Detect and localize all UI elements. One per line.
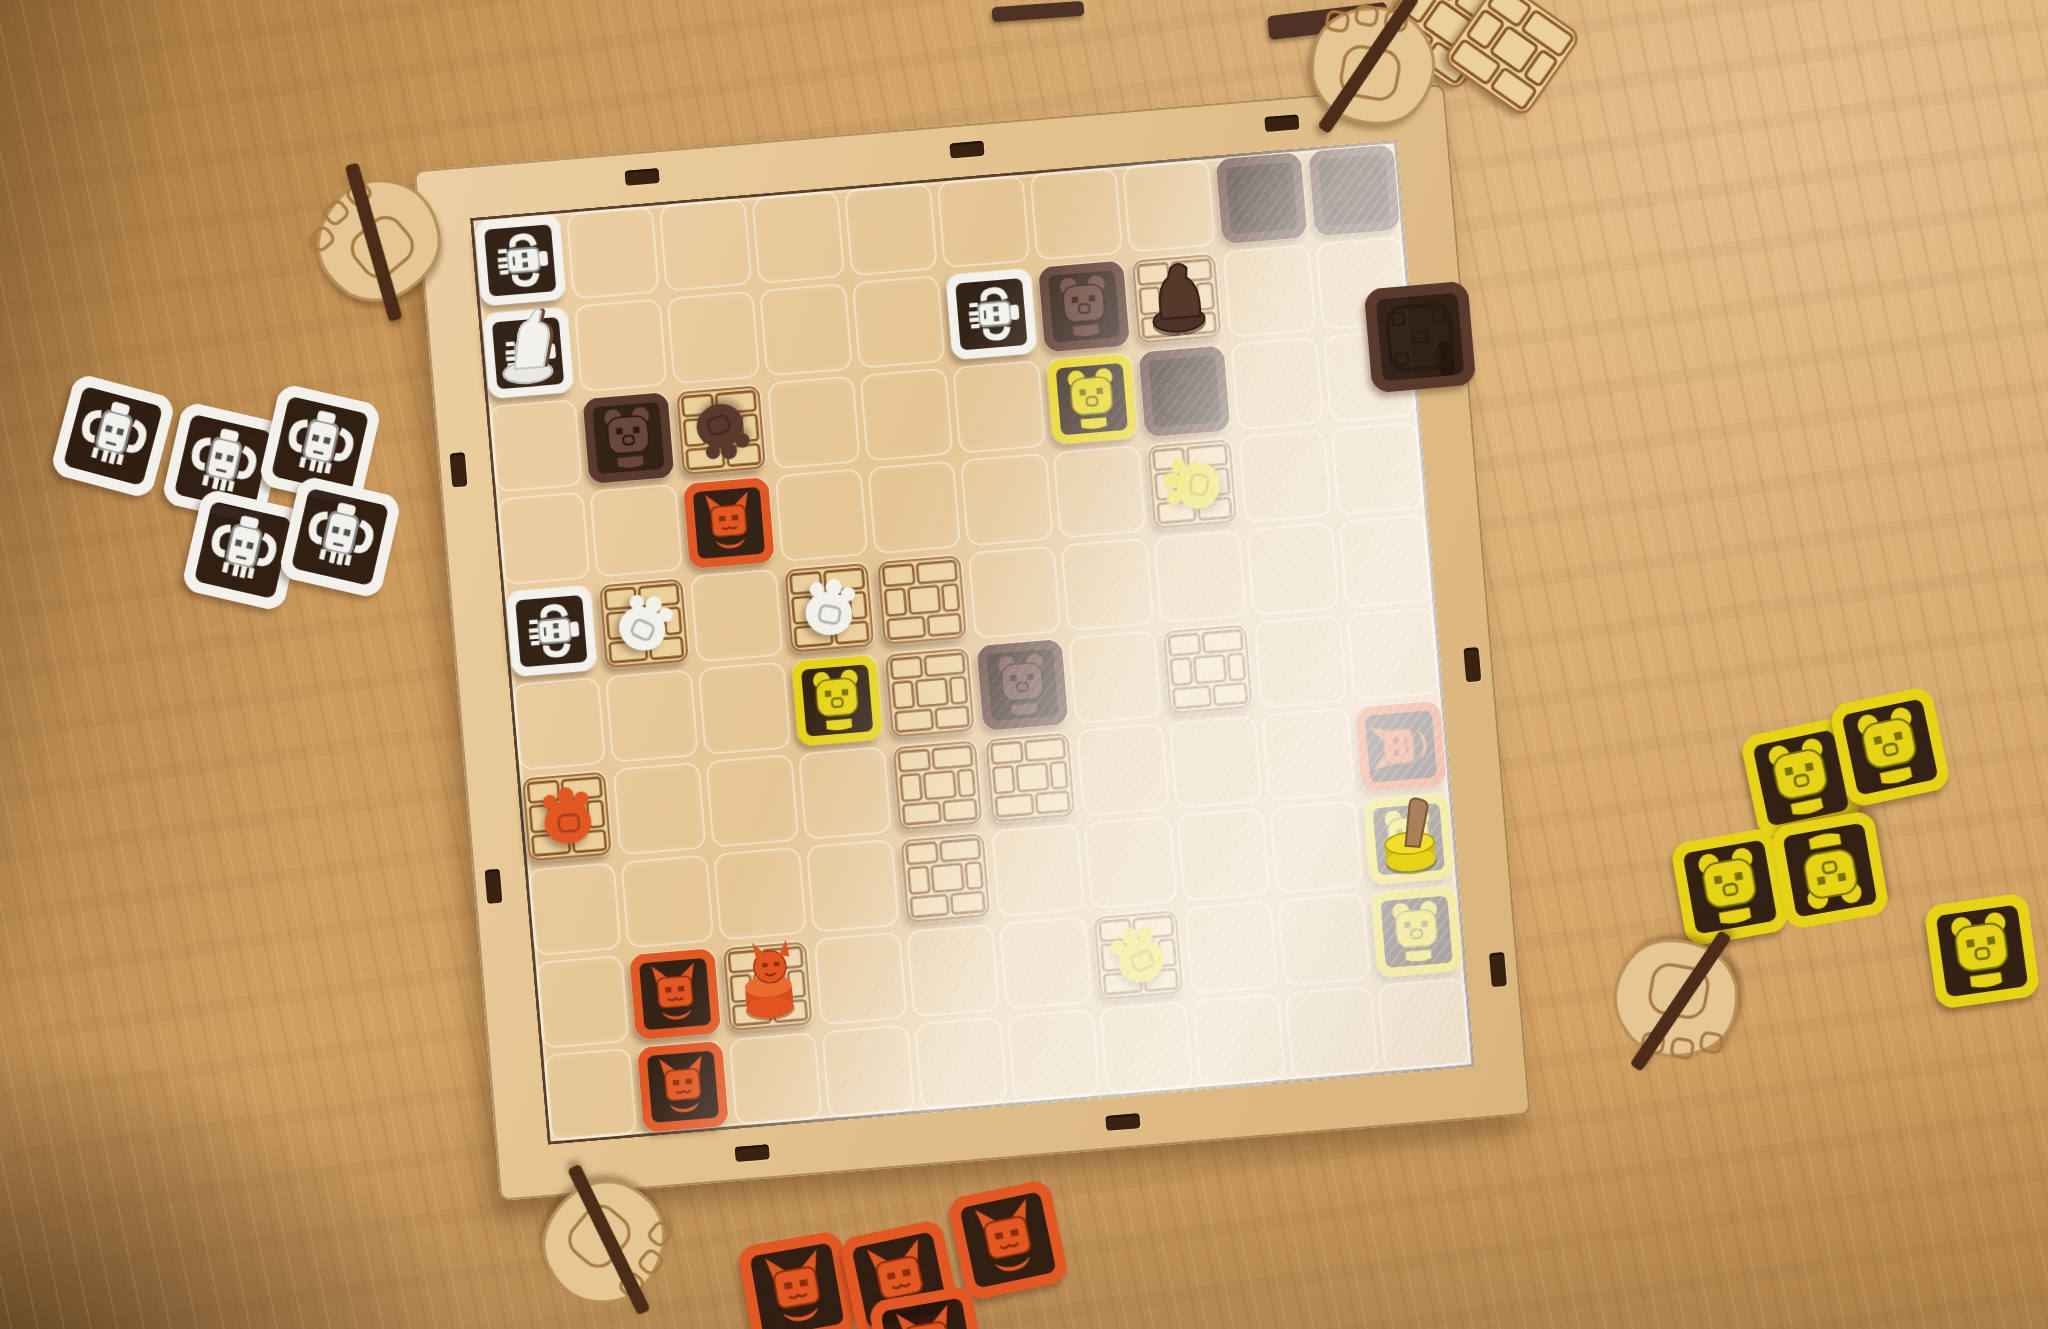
cell-r5c5[interactable] xyxy=(972,635,1072,735)
game-board xyxy=(414,84,1531,1201)
piece-crate-r2c7[interactable] xyxy=(1139,345,1231,437)
piece-bearY-r2c6[interactable] xyxy=(1046,353,1138,445)
piece-bearY-r5c3[interactable] xyxy=(791,655,883,747)
token-pawW-r4c3[interactable] xyxy=(788,566,872,650)
frame-slot xyxy=(1105,1113,1140,1131)
cell-r1c8[interactable] xyxy=(1219,241,1319,341)
cell-r7c3[interactable] xyxy=(802,836,902,936)
cell-r1c3[interactable] xyxy=(756,280,856,380)
cell-r2c0[interactable] xyxy=(486,396,586,496)
cell-r3c1[interactable] xyxy=(586,480,686,580)
cell-r2c1[interactable] xyxy=(578,388,678,488)
frame-slot xyxy=(1463,647,1481,682)
cell-r8c0[interactable] xyxy=(532,952,632,1052)
cell-r8c4[interactable] xyxy=(903,920,1003,1020)
figure-bearBr-r1c7[interactable] xyxy=(1129,239,1222,338)
cell-r2c7[interactable] xyxy=(1134,341,1234,441)
frame-slot xyxy=(625,168,660,186)
figure-catO-r8c2[interactable] xyxy=(720,927,813,1026)
cell-r2c8[interactable] xyxy=(1227,333,1327,433)
piece-brick-r5c7[interactable] xyxy=(1162,623,1254,715)
cell-r5c3[interactable] xyxy=(787,650,887,750)
cell-r0c1[interactable] xyxy=(563,202,663,302)
cell-r7c7[interactable] xyxy=(1173,804,1273,904)
piece-brick-r7c4[interactable] xyxy=(899,832,991,924)
cell-r8c9[interactable] xyxy=(1366,882,1466,982)
cell-r8c6[interactable] xyxy=(1088,905,1188,1005)
cell-r9c8[interactable] xyxy=(1281,982,1381,1082)
piece-brick-r4c4[interactable] xyxy=(876,554,968,646)
cell-r4c9[interactable] xyxy=(1335,511,1435,611)
cell-r4c0[interactable] xyxy=(501,581,601,681)
cell-r0c6[interactable] xyxy=(1026,164,1126,264)
cell-r6c1[interactable] xyxy=(609,758,709,858)
token-pawY-r3c7[interactable] xyxy=(1150,442,1234,526)
brown-tile-on-frame-0[interactable] xyxy=(1364,281,1477,394)
cell-r4c7[interactable] xyxy=(1150,526,1250,626)
offboard-yellow-bear-tile-1[interactable] xyxy=(1828,685,1951,808)
cell-r3c4[interactable] xyxy=(864,457,964,557)
cell-r9c1[interactable] xyxy=(633,1037,733,1137)
cell-r1c6[interactable] xyxy=(1034,256,1134,356)
cell-r1c4[interactable] xyxy=(848,272,948,372)
cell-r0c8[interactable] xyxy=(1211,148,1311,248)
cell-r7c6[interactable] xyxy=(1081,812,1181,912)
piece-goat-r4c0[interactable] xyxy=(505,585,597,677)
cell-r3c2[interactable] xyxy=(679,473,779,573)
cell-r1c0[interactable] xyxy=(478,303,578,403)
cell-r6c3[interactable] xyxy=(795,743,895,843)
piece-cat-r8c1[interactable] xyxy=(629,948,721,1040)
cell-r4c1[interactable] xyxy=(594,573,694,673)
frame-slot xyxy=(1489,952,1507,987)
cell-r7c9[interactable] xyxy=(1359,789,1459,889)
cell-r9c7[interactable] xyxy=(1189,990,1289,1090)
cell-r1c1[interactable] xyxy=(570,295,670,395)
piece-cat-r3c2[interactable] xyxy=(683,477,775,569)
offboard-orange-cat-tile-2[interactable] xyxy=(946,1178,1069,1301)
corner-bracket-paw-3[interactable] xyxy=(1594,906,1770,1090)
figure-meepY-r7c9[interactable] xyxy=(1361,780,1454,879)
cell-r7c5[interactable] xyxy=(988,820,1088,920)
cell-r4c8[interactable] xyxy=(1243,519,1343,619)
cell-r2c5[interactable] xyxy=(949,357,1049,457)
piece-goat-r0c0[interactable] xyxy=(474,215,566,307)
frame-slot xyxy=(450,452,468,487)
cell-r6c7[interactable] xyxy=(1165,712,1265,812)
cell-r4c2[interactable] xyxy=(686,565,786,665)
cell-r5c7[interactable] xyxy=(1158,619,1258,719)
cell-r3c0[interactable] xyxy=(493,488,593,588)
cell-r2c2[interactable] xyxy=(671,380,771,480)
cell-r7c8[interactable] xyxy=(1266,797,1366,897)
cell-r6c2[interactable] xyxy=(702,751,802,851)
piece-goat-r1c5[interactable] xyxy=(945,268,1037,360)
cell-r0c2[interactable] xyxy=(655,195,755,295)
board-grid xyxy=(470,140,1475,1145)
piece-cat-r6c9[interactable] xyxy=(1355,701,1447,793)
cell-r5c2[interactable] xyxy=(694,658,794,758)
cell-r5c6[interactable] xyxy=(1065,627,1165,727)
cell-r7c4[interactable] xyxy=(895,828,995,928)
cell-r6c6[interactable] xyxy=(1073,720,1173,820)
cell-r3c5[interactable] xyxy=(957,449,1057,549)
cell-r8c5[interactable] xyxy=(996,913,1096,1013)
cell-r0c5[interactable] xyxy=(933,171,1033,271)
cell-r6c8[interactable] xyxy=(1258,704,1358,804)
cell-r1c5[interactable] xyxy=(941,264,1041,364)
piece-brick-r5c4[interactable] xyxy=(884,647,976,739)
cell-r6c5[interactable] xyxy=(980,727,1080,827)
cell-r3c7[interactable] xyxy=(1142,434,1242,534)
cell-r8c8[interactable] xyxy=(1274,889,1374,989)
piece-bearY-r8c9[interactable] xyxy=(1371,886,1463,978)
corner-bracket-paw-1[interactable] xyxy=(1279,0,1455,158)
cell-r5c0[interactable] xyxy=(509,674,609,774)
cell-r6c0[interactable] xyxy=(517,766,617,866)
offboard-dark-tile-edge-0 xyxy=(992,1,1085,22)
offboard-white-goat-tile-0[interactable] xyxy=(49,372,176,499)
piece-bearB-r5c5[interactable] xyxy=(977,639,1069,731)
offboard-yellow-bear-tile-4[interactable] xyxy=(1923,892,2040,1009)
table-surface xyxy=(0,0,2048,1329)
cell-r3c6[interactable] xyxy=(1049,442,1149,542)
token-pawO-r6c0[interactable] xyxy=(528,778,606,856)
piece-bearB-r2c1[interactable] xyxy=(583,392,675,484)
cell-r9c5[interactable] xyxy=(1003,1005,1103,1105)
cell-r4c4[interactable] xyxy=(872,550,972,650)
cell-r0c3[interactable] xyxy=(748,187,848,287)
cell-r4c5[interactable] xyxy=(964,542,1064,642)
offboard-yellow-bear-tile-3[interactable] xyxy=(1770,810,1890,930)
cell-r6c4[interactable] xyxy=(887,735,987,835)
acrylic-play-area xyxy=(470,140,1475,1145)
cell-r2c3[interactable] xyxy=(764,372,864,472)
cell-r8c1[interactable] xyxy=(625,944,725,1044)
cell-r5c8[interactable] xyxy=(1250,611,1350,711)
piece-bearB-r1c6[interactable] xyxy=(1038,261,1130,353)
cell-r3c8[interactable] xyxy=(1235,426,1335,526)
cell-r1c7[interactable] xyxy=(1126,248,1226,348)
cell-r3c9[interactable] xyxy=(1327,418,1427,518)
cell-r9c2[interactable] xyxy=(725,1029,825,1129)
cell-r8c3[interactable] xyxy=(810,928,910,1028)
frame-slot xyxy=(735,1144,770,1162)
cell-r5c9[interactable] xyxy=(1343,604,1443,704)
piece-brick-r6c4[interactable] xyxy=(892,739,984,831)
cell-r9c3[interactable] xyxy=(818,1021,918,1121)
piece-cat-r9c1[interactable] xyxy=(637,1041,729,1133)
cell-r9c9[interactable] xyxy=(1374,974,1474,1074)
cell-r8c2[interactable] xyxy=(718,936,818,1036)
cell-r1c2[interactable] xyxy=(663,287,763,387)
frame-slot xyxy=(949,141,984,159)
cell-r9c6[interactable] xyxy=(1096,998,1196,1098)
offboard-white-goat-tile-4[interactable] xyxy=(278,475,403,600)
piece-brick-r6c5[interactable] xyxy=(984,732,1076,824)
cell-r2c6[interactable] xyxy=(1042,349,1142,449)
cell-r4c3[interactable] xyxy=(779,558,879,658)
cell-r5c1[interactable] xyxy=(602,666,702,766)
cell-r9c4[interactable] xyxy=(911,1013,1011,1113)
cell-r7c1[interactable] xyxy=(617,851,717,951)
cell-r0c9[interactable] xyxy=(1304,140,1404,240)
cell-r4c6[interactable] xyxy=(1057,534,1157,634)
frame-slot xyxy=(485,869,503,904)
piece-crate-r0c8[interactable] xyxy=(1216,152,1308,244)
cell-r5c4[interactable] xyxy=(880,642,980,742)
cell-r2c4[interactable] xyxy=(856,364,956,464)
cell-r0c4[interactable] xyxy=(841,179,941,279)
figure-wolfW-r1c0[interactable] xyxy=(480,294,573,393)
piece-crate-r0c9[interactable] xyxy=(1308,145,1400,237)
cell-r3c3[interactable] xyxy=(771,465,871,565)
cell-r9c0[interactable] xyxy=(540,1044,640,1144)
cell-r8c7[interactable] xyxy=(1181,897,1281,997)
cell-r7c0[interactable] xyxy=(524,859,624,959)
